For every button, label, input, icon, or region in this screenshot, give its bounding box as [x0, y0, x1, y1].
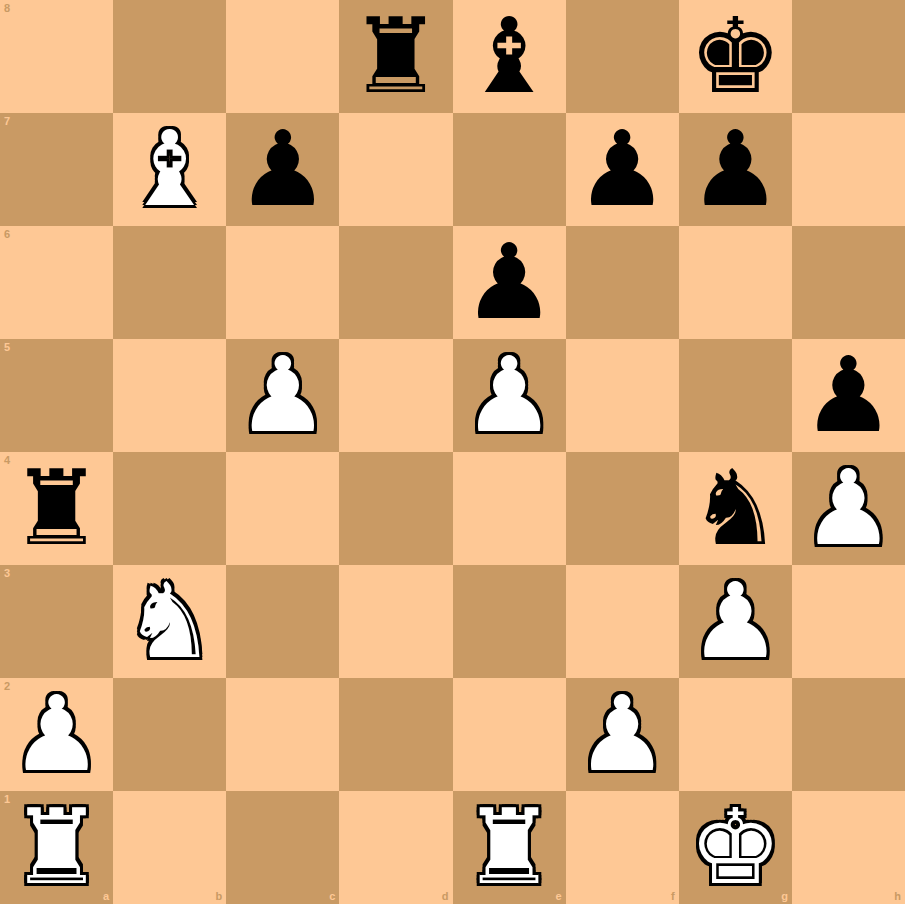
- square-a4[interactable]: 4♜: [0, 452, 113, 565]
- chess-board: 8♜♝♚7♝♟♟♟6♟5♟♟♟4♜♞♟3♞♟2♟♟1a♜bcde♜fg♚h: [0, 0, 905, 904]
- square-e6[interactable]: ♟: [453, 226, 566, 339]
- file-label-g: g: [781, 891, 788, 902]
- square-d7[interactable]: [339, 113, 452, 226]
- white-bishop[interactable]: ♝: [123, 113, 216, 226]
- square-f6[interactable]: [566, 226, 679, 339]
- square-b6[interactable]: [113, 226, 226, 339]
- square-f5[interactable]: [566, 339, 679, 452]
- square-g3[interactable]: ♟: [679, 565, 792, 678]
- white-knight[interactable]: ♞: [123, 565, 216, 678]
- square-b5[interactable]: [113, 339, 226, 452]
- rank-label-5: 5: [4, 342, 10, 353]
- square-a3[interactable]: 3: [0, 565, 113, 678]
- square-g6[interactable]: [679, 226, 792, 339]
- square-c2[interactable]: [226, 678, 339, 791]
- square-a5[interactable]: 5: [0, 339, 113, 452]
- square-a7[interactable]: 7: [0, 113, 113, 226]
- square-e5[interactable]: ♟: [453, 339, 566, 452]
- black-pawn[interactable]: ♟: [236, 113, 329, 226]
- square-c1[interactable]: c: [226, 791, 339, 904]
- black-pawn[interactable]: ♟: [802, 339, 895, 452]
- square-d4[interactable]: [339, 452, 452, 565]
- square-b2[interactable]: [113, 678, 226, 791]
- square-h6[interactable]: [792, 226, 905, 339]
- square-d2[interactable]: [339, 678, 452, 791]
- square-f2[interactable]: ♟: [566, 678, 679, 791]
- square-d3[interactable]: [339, 565, 452, 678]
- square-h7[interactable]: [792, 113, 905, 226]
- square-g5[interactable]: [679, 339, 792, 452]
- black-knight[interactable]: ♞: [689, 452, 782, 565]
- square-c8[interactable]: [226, 0, 339, 113]
- square-f4[interactable]: [566, 452, 679, 565]
- square-d1[interactable]: d: [339, 791, 452, 904]
- rank-label-4: 4: [4, 455, 10, 466]
- rank-label-6: 6: [4, 229, 10, 240]
- square-b1[interactable]: b: [113, 791, 226, 904]
- white-pawn[interactable]: ♟: [802, 452, 895, 565]
- black-rook[interactable]: ♜: [349, 0, 442, 113]
- black-bishop[interactable]: ♝: [462, 0, 555, 113]
- square-h5[interactable]: ♟: [792, 339, 905, 452]
- black-king[interactable]: ♚: [689, 0, 782, 113]
- square-c7[interactable]: ♟: [226, 113, 339, 226]
- white-pawn[interactable]: ♟: [462, 339, 555, 452]
- square-c5[interactable]: ♟: [226, 339, 339, 452]
- square-f3[interactable]: [566, 565, 679, 678]
- rank-label-7: 7: [4, 116, 10, 127]
- black-pawn[interactable]: ♟: [689, 113, 782, 226]
- square-c3[interactable]: [226, 565, 339, 678]
- file-label-a: a: [103, 891, 109, 902]
- square-a2[interactable]: 2♟: [0, 678, 113, 791]
- white-king[interactable]: ♚: [689, 791, 782, 904]
- black-pawn[interactable]: ♟: [462, 226, 555, 339]
- file-label-f: f: [671, 891, 675, 902]
- white-pawn[interactable]: ♟: [689, 565, 782, 678]
- rank-label-8: 8: [4, 3, 10, 14]
- square-a8[interactable]: 8: [0, 0, 113, 113]
- white-pawn[interactable]: ♟: [10, 678, 103, 791]
- square-h3[interactable]: [792, 565, 905, 678]
- square-g7[interactable]: ♟: [679, 113, 792, 226]
- square-a6[interactable]: 6: [0, 226, 113, 339]
- square-g4[interactable]: ♞: [679, 452, 792, 565]
- square-h8[interactable]: [792, 0, 905, 113]
- square-f7[interactable]: ♟: [566, 113, 679, 226]
- black-pawn[interactable]: ♟: [576, 113, 669, 226]
- square-h4[interactable]: ♟: [792, 452, 905, 565]
- square-g2[interactable]: [679, 678, 792, 791]
- square-e7[interactable]: [453, 113, 566, 226]
- rank-label-3: 3: [4, 568, 10, 579]
- square-g8[interactable]: ♚: [679, 0, 792, 113]
- square-e8[interactable]: ♝: [453, 0, 566, 113]
- file-label-d: d: [442, 891, 449, 902]
- square-g1[interactable]: g♚: [679, 791, 792, 904]
- square-a1[interactable]: 1a♜: [0, 791, 113, 904]
- square-h2[interactable]: [792, 678, 905, 791]
- rank-label-2: 2: [4, 681, 10, 692]
- square-c6[interactable]: [226, 226, 339, 339]
- square-e1[interactable]: e♜: [453, 791, 566, 904]
- square-d8[interactable]: ♜: [339, 0, 452, 113]
- white-pawn[interactable]: ♟: [236, 339, 329, 452]
- square-f8[interactable]: [566, 0, 679, 113]
- white-rook[interactable]: ♜: [462, 791, 555, 904]
- square-b8[interactable]: [113, 0, 226, 113]
- square-b3[interactable]: ♞: [113, 565, 226, 678]
- file-label-b: b: [216, 891, 223, 902]
- square-b4[interactable]: [113, 452, 226, 565]
- square-d5[interactable]: [339, 339, 452, 452]
- square-f1[interactable]: f: [566, 791, 679, 904]
- square-e2[interactable]: [453, 678, 566, 791]
- white-pawn[interactable]: ♟: [576, 678, 669, 791]
- square-c4[interactable]: [226, 452, 339, 565]
- black-rook[interactable]: ♜: [10, 452, 103, 565]
- square-d6[interactable]: [339, 226, 452, 339]
- square-h1[interactable]: h: [792, 791, 905, 904]
- file-label-c: c: [329, 891, 335, 902]
- square-e3[interactable]: [453, 565, 566, 678]
- rank-label-1: 1: [4, 794, 10, 805]
- file-label-e: e: [556, 891, 562, 902]
- square-b7[interactable]: ♝: [113, 113, 226, 226]
- file-label-h: h: [894, 891, 901, 902]
- square-e4[interactable]: [453, 452, 566, 565]
- white-rook[interactable]: ♜: [10, 791, 103, 904]
